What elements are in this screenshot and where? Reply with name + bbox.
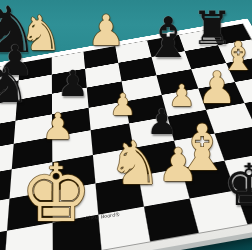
piece-black-pawn-c6[interactable]: ♟ bbox=[57, 66, 89, 102]
piece-black-knight-a6[interactable]: ♞ bbox=[0, 61, 30, 109]
piece-white-king-b1[interactable]: ♚ bbox=[20, 154, 92, 234]
piece-white-pawn-d7[interactable]: ♟ bbox=[87, 10, 125, 52]
piece-white-pawn-d5[interactable]: ♟ bbox=[110, 90, 137, 120]
piece-white-pawn-f2[interactable]: ♟ bbox=[157, 142, 198, 188]
piece-black-bishop-f7[interactable]: ♝ bbox=[143, 10, 193, 66]
piece-white-knight-e2[interactable]: ♞ bbox=[108, 133, 162, 193]
chess-scene: ♜♟♞♞♝♝♟♟♞♟♟♟♟♟♝♟♞♚♚ Chess Board® bbox=[0, 0, 252, 250]
piece-white-pawn-g4[interactable]: ♟ bbox=[197, 66, 236, 110]
piece-white-pawn-c4[interactable]: ♟ bbox=[42, 109, 74, 145]
piece-black-king-h1[interactable]: ♚ bbox=[223, 156, 252, 214]
